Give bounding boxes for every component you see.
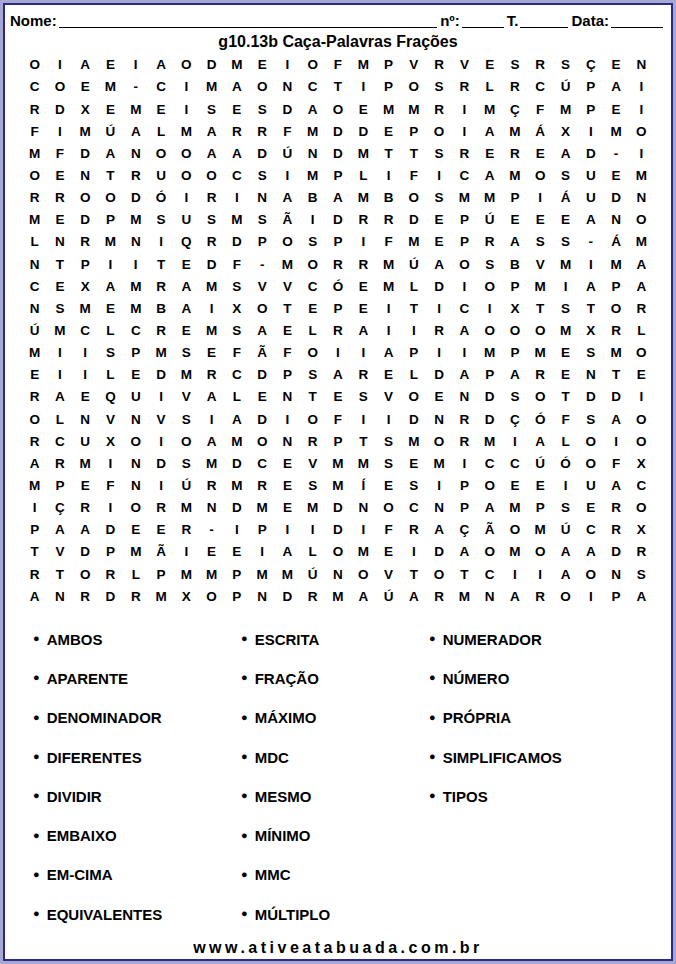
grid-cell[interactable]: S [426,76,451,98]
grid-cell[interactable]: A [477,120,502,142]
grid-cell[interactable]: I [376,298,401,320]
grid-cell[interactable]: I [452,120,477,142]
grid-cell[interactable]: L [477,76,502,98]
grid-cell[interactable]: R [199,231,224,253]
grid-cell[interactable]: O [73,187,98,209]
grid-cell[interactable]: B [300,187,325,209]
grid-cell[interactable]: Q [98,386,123,408]
grid-cell[interactable]: M [250,497,275,519]
grid-cell[interactable]: V [376,563,401,585]
grid-cell[interactable]: M [376,275,401,297]
grid-cell[interactable]: R [426,54,451,76]
grid-cell[interactable]: U [123,386,148,408]
grid-cell[interactable]: D [47,98,72,120]
grid-cell[interactable]: O [275,231,300,253]
grid-cell[interactable]: E [553,364,578,386]
grid-cell[interactable]: D [325,143,350,165]
grid-cell[interactable]: E [174,320,199,342]
grid-cell[interactable]: N [603,209,628,231]
grid-cell[interactable]: Ç [502,98,527,120]
grid-cell[interactable]: S [351,386,376,408]
grid-cell[interactable]: I [578,253,603,275]
grid-cell[interactable]: O [123,497,148,519]
grid-cell[interactable]: I [275,519,300,541]
grid-cell[interactable]: R [47,453,72,475]
grid-cell[interactable]: E [603,98,628,120]
grid-cell[interactable]: Í [351,475,376,497]
grid-cell[interactable]: A [578,209,603,231]
grid-cell[interactable]: P [275,364,300,386]
grid-cell[interactable]: N [123,408,148,430]
grid-cell[interactable]: R [148,497,173,519]
grid-cell[interactable]: I [325,342,350,364]
grid-cell[interactable]: C [477,563,502,585]
grid-cell[interactable]: M [528,275,553,297]
grid-cell[interactable]: L [351,165,376,187]
grid-cell[interactable]: R [452,143,477,165]
grid-cell[interactable]: M [502,120,527,142]
grid-cell[interactable]: N [73,165,98,187]
grid-cell[interactable]: O [401,386,426,408]
grid-cell[interactable]: S [376,453,401,475]
grid-cell[interactable]: R [351,253,376,275]
grid-cell[interactable]: O [174,430,199,452]
grid-cell[interactable]: M [603,120,628,142]
grid-cell[interactable]: A [629,275,654,297]
grid-cell[interactable]: A [47,386,72,408]
grid-cell[interactable]: I [452,342,477,364]
grid-cell[interactable]: A [199,120,224,142]
grid-cell[interactable]: R [426,585,451,607]
grid-cell[interactable]: Ú [553,519,578,541]
grid-cell[interactable]: M [603,253,628,275]
grid-cell[interactable]: S [426,143,451,165]
grid-cell[interactable]: A [351,585,376,607]
grid-cell[interactable]: T [603,364,628,386]
grid-cell[interactable]: S [174,408,199,430]
grid-cell[interactable]: R [528,364,553,386]
grid-cell[interactable]: O [426,120,451,142]
grid-cell[interactable]: A [502,364,527,386]
grid-cell[interactable]: M [98,231,123,253]
grid-cell[interactable]: A [603,76,628,98]
grid-cell[interactable]: M [174,364,199,386]
grid-cell[interactable]: I [452,275,477,297]
grid-cell[interactable]: S [553,54,578,76]
grid-cell[interactable]: I [275,408,300,430]
grid-cell[interactable]: S [199,209,224,231]
grid-cell[interactable]: A [199,143,224,165]
grid-cell[interactable]: - [123,76,148,98]
grid-cell[interactable]: Ã [477,519,502,541]
grid-cell[interactable]: M [376,253,401,275]
grid-cell[interactable]: A [452,541,477,563]
grid-cell[interactable]: L [401,275,426,297]
grid-cell[interactable]: D [123,187,148,209]
grid-cell[interactable]: - [250,253,275,275]
grid-cell[interactable]: P [376,54,401,76]
grid-cell[interactable]: T [325,76,350,98]
grid-cell[interactable]: M [123,98,148,120]
grid-cell[interactable]: I [477,298,502,320]
grid-cell[interactable]: R [73,585,98,607]
grid-cell[interactable]: O [528,541,553,563]
grid-cell[interactable]: M [477,342,502,364]
grid-cell[interactable]: D [199,54,224,76]
grid-cell[interactable]: E [73,386,98,408]
grid-cell[interactable]: E [98,54,123,76]
grid-cell[interactable]: O [629,342,654,364]
grid-cell[interactable]: I [250,541,275,563]
grid-cell[interactable]: T [148,253,173,275]
grid-cell[interactable]: D [325,519,350,541]
grid-cell[interactable]: O [22,54,47,76]
grid-cell[interactable]: D [578,143,603,165]
grid-cell[interactable]: R [325,253,350,275]
grid-cell[interactable]: - [578,231,603,253]
grid-cell[interactable]: R [401,519,426,541]
grid-cell[interactable]: I [351,342,376,364]
grid-cell[interactable]: E [351,275,376,297]
grid-cell[interactable]: Ç [47,497,72,519]
grid-cell[interactable]: E [629,364,654,386]
grid-cell[interactable]: I [401,541,426,563]
grid-cell[interactable]: Ú [98,120,123,142]
grid-cell[interactable]: X [629,519,654,541]
grid-cell[interactable]: E [174,253,199,275]
grid-cell[interactable]: Ó [553,453,578,475]
grid-cell[interactable]: R [603,497,628,519]
grid-cell[interactable]: C [73,320,98,342]
grid-cell[interactable]: N [123,475,148,497]
grid-cell[interactable]: O [426,430,451,452]
grid-cell[interactable]: S [502,54,527,76]
grid-cell[interactable]: E [376,364,401,386]
grid-cell[interactable]: A [47,519,72,541]
grid-cell[interactable]: E [22,364,47,386]
grid-cell[interactable]: I [376,408,401,430]
grid-cell[interactable]: L [47,408,72,430]
grid-cell[interactable]: S [199,98,224,120]
grid-cell[interactable]: I [224,187,249,209]
grid-cell[interactable]: Ú [528,453,553,475]
grid-cell[interactable]: U [174,209,199,231]
grid-cell[interactable]: T [275,298,300,320]
grid-cell[interactable]: E [553,209,578,231]
grid-cell[interactable]: E [148,519,173,541]
grid-cell[interactable]: Q [174,231,199,253]
grid-cell[interactable]: S [250,209,275,231]
grid-cell[interactable]: U [578,187,603,209]
grid-cell[interactable]: P [603,275,628,297]
grid-cell[interactable]: N [250,187,275,209]
grid-cell[interactable]: R [376,209,401,231]
grid-cell[interactable]: F [325,408,350,430]
grid-cell[interactable]: P [123,342,148,364]
grid-cell[interactable]: M [47,320,72,342]
grid-cell[interactable]: A [22,453,47,475]
grid-cell[interactable]: Ã [148,541,173,563]
grid-cell[interactable]: P [73,253,98,275]
grid-cell[interactable]: D [426,364,451,386]
grid-cell[interactable]: I [47,54,72,76]
grid-cell[interactable]: S [148,209,173,231]
grid-cell[interactable]: P [452,209,477,231]
grid-cell[interactable]: Ú [300,563,325,585]
grid-cell[interactable]: R [174,519,199,541]
grid-cell[interactable]: I [174,187,199,209]
grid-cell[interactable]: M [199,320,224,342]
grid-cell[interactable]: I [426,342,451,364]
grid-cell[interactable]: A [578,275,603,297]
grid-cell[interactable]: A [376,342,401,364]
grid-cell[interactable]: C [300,76,325,98]
grid-cell[interactable]: E [47,209,72,231]
grid-cell[interactable]: N [300,143,325,165]
grid-cell[interactable]: A [300,98,325,120]
grid-cell[interactable]: M [629,231,654,253]
grid-cell[interactable]: I [199,408,224,430]
grid-cell[interactable]: Ç [578,54,603,76]
grid-cell[interactable]: P [452,231,477,253]
grid-cell[interactable]: S [174,453,199,475]
grid-cell[interactable]: E [250,54,275,76]
grid-cell[interactable]: D [224,231,249,253]
grid-cell[interactable]: M [351,143,376,165]
grid-cell[interactable]: P [528,497,553,519]
grid-cell[interactable]: O [629,497,654,519]
grid-cell[interactable]: U [148,165,173,187]
grid-cell[interactable]: S [426,187,451,209]
grid-cell[interactable]: E [148,98,173,120]
grid-cell[interactable]: P [502,342,527,364]
grid-cell[interactable]: C [22,275,47,297]
grid-cell[interactable]: I [401,320,426,342]
grid-cell[interactable]: O [502,320,527,342]
grid-cell[interactable]: R [300,585,325,607]
grid-cell[interactable]: I [629,143,654,165]
grid-cell[interactable]: E [123,519,148,541]
grid-cell[interactable]: O [300,408,325,430]
grid-cell[interactable]: P [148,563,173,585]
grid-cell[interactable]: I [351,519,376,541]
grid-cell[interactable]: E [426,386,451,408]
grid-cell[interactable]: R [148,275,173,297]
grid-cell[interactable]: A [98,143,123,165]
grid-cell[interactable]: I [452,98,477,120]
grid-cell[interactable]: P [477,364,502,386]
grid-cell[interactable]: I [426,298,451,320]
grid-cell[interactable]: V [275,275,300,297]
grid-cell[interactable]: R [22,563,47,585]
grid-cell[interactable]: M [224,475,249,497]
grid-cell[interactable]: C [22,76,47,98]
grid-cell[interactable]: L [401,364,426,386]
grid-cell[interactable]: R [629,541,654,563]
grid-cell[interactable]: I [224,519,249,541]
grid-cell[interactable]: O [250,430,275,452]
grid-cell[interactable]: M [250,563,275,585]
grid-cell[interactable]: R [300,430,325,452]
grid-cell[interactable]: E [376,120,401,142]
grid-cell[interactable]: D [603,541,628,563]
grid-cell[interactable]: D [148,453,173,475]
grid-cell[interactable]: T [528,298,553,320]
grid-cell[interactable]: P [578,76,603,98]
grid-cell[interactable]: I [22,497,47,519]
grid-cell[interactable]: E [47,165,72,187]
grid-cell[interactable]: F [47,143,72,165]
grid-cell[interactable]: D [603,187,628,209]
grid-cell[interactable]: M [351,453,376,475]
grid-cell[interactable]: O [22,408,47,430]
grid-cell[interactable]: A [325,187,350,209]
grid-cell[interactable]: M [123,209,148,231]
grid-cell[interactable]: N [325,563,350,585]
grid-cell[interactable]: P [452,497,477,519]
grid-cell[interactable]: N [47,231,72,253]
grid-cell[interactable]: N [477,585,502,607]
grid-cell[interactable]: S [553,497,578,519]
grid-cell[interactable]: D [73,541,98,563]
grid-cell[interactable]: V [452,54,477,76]
grid-cell[interactable]: E [73,76,98,98]
grid-cell[interactable]: C [148,76,173,98]
grid-cell[interactable]: E [275,453,300,475]
grid-cell[interactable]: O [123,430,148,452]
grid-cell[interactable]: C [502,453,527,475]
grid-cell[interactable]: R [351,364,376,386]
grid-cell[interactable]: R [603,320,628,342]
grid-cell[interactable]: M [351,187,376,209]
grid-cell[interactable]: F [376,519,401,541]
grid-cell[interactable]: E [553,342,578,364]
grid-cell[interactable]: T [578,298,603,320]
grid-cell[interactable]: F [528,98,553,120]
grid-cell[interactable]: O [300,253,325,275]
grid-cell[interactable]: P [22,519,47,541]
grid-cell[interactable]: F [224,253,249,275]
grid-cell[interactable]: M [401,430,426,452]
grid-cell[interactable]: D [250,364,275,386]
grid-cell[interactable]: Ú [401,253,426,275]
grid-cell[interactable]: Ç [452,519,477,541]
grid-cell[interactable]: V [47,541,72,563]
grid-cell[interactable]: E [250,386,275,408]
grid-cell[interactable]: P [47,475,72,497]
grid-cell[interactable]: A [73,519,98,541]
grid-cell[interactable]: O [300,54,325,76]
grid-cell[interactable]: A [553,563,578,585]
grid-cell[interactable]: A [629,585,654,607]
grid-cell[interactable]: S [224,275,249,297]
grid-cell[interactable]: E [502,209,527,231]
grid-cell[interactable]: R [22,187,47,209]
grid-cell[interactable]: M [477,430,502,452]
grid-cell[interactable]: N [629,54,654,76]
grid-cell[interactable]: A [123,120,148,142]
grid-cell[interactable]: A [199,386,224,408]
grid-cell[interactable]: O [603,298,628,320]
grid-cell[interactable]: A [275,187,300,209]
grid-cell[interactable]: E [351,98,376,120]
grid-cell[interactable]: M [452,187,477,209]
grid-cell[interactable]: S [300,231,325,253]
grid-cell[interactable]: N [22,298,47,320]
grid-cell[interactable]: P [224,585,249,607]
grid-cell[interactable]: Á [603,231,628,253]
grid-cell[interactable]: O [426,563,451,585]
grid-cell[interactable]: V [250,275,275,297]
grid-cell[interactable]: I [123,253,148,275]
grid-cell[interactable]: A [553,143,578,165]
grid-cell[interactable]: P [452,475,477,497]
grid-cell[interactable]: R [426,320,451,342]
grid-cell[interactable]: X [502,298,527,320]
grid-cell[interactable]: M [351,541,376,563]
grid-cell[interactable]: S [528,231,553,253]
grid-cell[interactable]: M [22,143,47,165]
grid-cell[interactable]: X [174,585,199,607]
grid-cell[interactable]: M [300,497,325,519]
grid-cell[interactable]: O [578,563,603,585]
grid-cell[interactable]: T [47,563,72,585]
grid-cell[interactable]: D [325,120,350,142]
grid-cell[interactable]: M [528,342,553,364]
grid-cell[interactable]: I [629,76,654,98]
grid-cell[interactable]: S [47,298,72,320]
grid-cell[interactable]: N [123,453,148,475]
grid-cell[interactable]: D [401,209,426,231]
grid-cell[interactable]: M [123,541,148,563]
grid-cell[interactable]: M [325,585,350,607]
grid-cell[interactable]: R [477,231,502,253]
grid-cell[interactable]: I [452,453,477,475]
grid-cell[interactable]: O [578,453,603,475]
grid-cell[interactable]: O [22,165,47,187]
grid-cell[interactable]: I [174,98,199,120]
grid-cell[interactable]: A [452,320,477,342]
grid-cell[interactable]: I [174,541,199,563]
grid-cell[interactable]: S [629,563,654,585]
grid-cell[interactable]: O [174,165,199,187]
grid-cell[interactable]: P [325,165,350,187]
grid-cell[interactable]: P [224,563,249,585]
grid-cell[interactable]: N [73,408,98,430]
grid-cell[interactable]: I [98,453,123,475]
grid-cell[interactable]: Ú [477,209,502,231]
grid-cell[interactable]: N [275,76,300,98]
grid-cell[interactable]: N [22,253,47,275]
grid-cell[interactable]: X [629,453,654,475]
grid-cell[interactable]: I [502,430,527,452]
grid-cell[interactable]: S [300,475,325,497]
grid-cell[interactable]: D [199,253,224,275]
grid-cell[interactable]: L [300,320,325,342]
grid-cell[interactable]: O [528,320,553,342]
grid-cell[interactable]: Á [553,187,578,209]
grid-cell[interactable]: M [224,54,249,76]
grid-cell[interactable]: P [98,209,123,231]
grid-cell[interactable]: C [224,364,249,386]
grid-cell[interactable]: I [351,231,376,253]
grid-cell[interactable]: E [199,342,224,364]
grid-cell[interactable]: M [300,165,325,187]
grid-cell[interactable]: M [224,430,249,452]
grid-cell[interactable]: O [629,209,654,231]
grid-cell[interactable]: D [477,408,502,430]
grid-cell[interactable]: I [603,430,628,452]
